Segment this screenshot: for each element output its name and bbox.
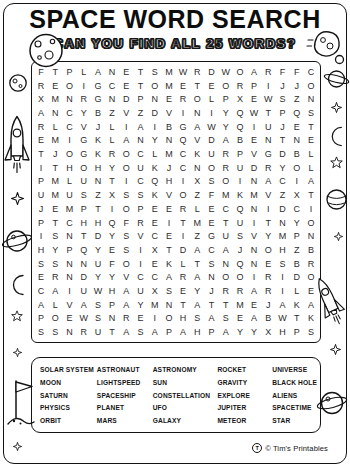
grid-cell[interactable]: R <box>261 65 275 79</box>
grid-cell[interactable]: N <box>133 133 147 147</box>
grid-cell[interactable]: P <box>34 175 48 189</box>
grid-cell[interactable]: D <box>91 229 105 243</box>
grid-cell[interactable]: E <box>48 202 62 216</box>
grid-cell[interactable]: U <box>133 284 147 298</box>
grid-cell[interactable]: E <box>162 229 176 243</box>
grid-cell[interactable]: T <box>48 161 62 175</box>
grid-cell[interactable]: A <box>219 325 233 339</box>
grid-cell[interactable]: X <box>34 92 48 106</box>
grid-cell[interactable]: I <box>34 161 48 175</box>
grid-cell[interactable]: L <box>48 120 62 134</box>
grid-cell[interactable]: T <box>219 298 233 312</box>
grid-cell[interactable]: A <box>34 106 48 120</box>
grid-cell[interactable]: T <box>261 216 275 230</box>
grid-cell[interactable]: I <box>176 175 190 189</box>
grid-cell[interactable]: S <box>119 243 133 257</box>
grid-cell[interactable]: I <box>204 106 218 120</box>
grid-cell[interactable]: U <box>233 216 247 230</box>
grid-cell[interactable]: O <box>261 243 275 257</box>
grid-cell[interactable]: X <box>261 325 275 339</box>
grid-cell[interactable]: P <box>77 202 91 216</box>
grid-cell[interactable]: J <box>34 202 48 216</box>
grid-cell[interactable]: E <box>247 298 261 312</box>
grid-cell[interactable]: Z <box>290 92 304 106</box>
grid-cell[interactable]: U <box>219 229 233 243</box>
grid-cell[interactable]: D <box>290 270 304 284</box>
grid-cell[interactable]: P <box>290 325 304 339</box>
grid-cell[interactable]: S <box>148 65 162 79</box>
grid-cell[interactable]: N <box>162 298 176 312</box>
grid-cell[interactable]: N <box>48 106 62 120</box>
grid-cell[interactable]: R <box>176 202 190 216</box>
grid-cell[interactable]: B <box>233 133 247 147</box>
grid-cell[interactable]: S <box>34 325 48 339</box>
grid-cell[interactable]: B <box>290 147 304 161</box>
grid-cell[interactable]: H <box>62 161 76 175</box>
grid-cell[interactable]: Z <box>275 188 289 202</box>
grid-cell[interactable]: X <box>148 284 162 298</box>
grid-cell[interactable]: R <box>105 147 119 161</box>
grid-cell[interactable]: M <box>48 175 62 189</box>
grid-cell[interactable]: D <box>275 202 289 216</box>
grid-cell[interactable]: N <box>247 243 261 257</box>
grid-cell[interactable]: S <box>304 106 318 120</box>
grid-cell[interactable]: X <box>105 188 119 202</box>
grid-cell[interactable]: O <box>290 161 304 175</box>
grid-cell[interactable]: O <box>62 147 76 161</box>
grid-cell[interactable]: A <box>190 243 204 257</box>
grid-cell[interactable]: K <box>162 257 176 271</box>
grid-cell[interactable]: B <box>290 257 304 271</box>
grid-cell[interactable]: I <box>62 284 76 298</box>
grid-cell[interactable]: E <box>176 79 190 93</box>
grid-cell[interactable]: M <box>162 65 176 79</box>
grid-cell[interactable]: L <box>48 298 62 312</box>
grid-cell[interactable]: I <box>176 106 190 120</box>
grid-cell[interactable]: Y <box>247 325 261 339</box>
grid-cell[interactable]: C <box>148 270 162 284</box>
grid-cell[interactable]: U <box>91 325 105 339</box>
grid-cell[interactable]: O <box>48 312 62 326</box>
grid-cell[interactable]: R <box>219 147 233 161</box>
grid-cell[interactable]: M <box>48 92 62 106</box>
grid-cell[interactable]: N <box>62 229 76 243</box>
grid-cell[interactable]: Y <box>48 243 62 257</box>
grid-cell[interactable]: S <box>119 188 133 202</box>
grid-cell[interactable]: J <box>290 79 304 93</box>
grid-cell[interactable]: N <box>190 106 204 120</box>
grid-cell[interactable]: I <box>304 202 318 216</box>
grid-cell[interactable]: S <box>91 312 105 326</box>
grid-cell[interactable]: E <box>119 65 133 79</box>
grid-cell[interactable]: V <box>77 120 91 134</box>
grid-cell[interactable]: V <box>261 188 275 202</box>
grid-cell[interactable]: C <box>304 65 318 79</box>
grid-cell[interactable]: P <box>162 325 176 339</box>
grid-cell[interactable]: I <box>34 229 48 243</box>
grid-cell[interactable]: T <box>176 216 190 230</box>
grid-cell[interactable]: M <box>162 147 176 161</box>
grid-cell[interactable]: E <box>148 216 162 230</box>
grid-cell[interactable]: R <box>34 79 48 93</box>
grid-cell[interactable]: H <box>91 216 105 230</box>
grid-cell[interactable]: I <box>275 284 289 298</box>
grid-cell[interactable]: K <box>91 133 105 147</box>
grid-cell[interactable]: A <box>261 175 275 189</box>
grid-cell[interactable]: N <box>105 65 119 79</box>
grid-cell[interactable]: T <box>105 325 119 339</box>
grid-cell[interactable]: R <box>261 270 275 284</box>
grid-cell[interactable]: J <box>261 298 275 312</box>
grid-cell[interactable]: N <box>62 325 76 339</box>
grid-cell[interactable]: I <box>148 312 162 326</box>
grid-cell[interactable]: N <box>148 92 162 106</box>
grid-cell[interactable]: C <box>176 147 190 161</box>
grid-cell[interactable]: A <box>219 133 233 147</box>
grid-cell[interactable]: R <box>219 284 233 298</box>
grid-cell[interactable]: Q <box>77 243 91 257</box>
grid-cell[interactable]: Z <box>190 229 204 243</box>
grid-cell[interactable]: C <box>62 120 76 134</box>
grid-cell[interactable]: C <box>62 106 76 120</box>
grid-cell[interactable]: X <box>233 92 247 106</box>
grid-cell[interactable]: I <box>133 243 147 257</box>
grid-cell[interactable]: P <box>133 92 147 106</box>
grid-cell[interactable]: Y <box>105 161 119 175</box>
grid-cell[interactable]: B <box>162 120 176 134</box>
grid-cell[interactable]: G <box>91 92 105 106</box>
grid-cell[interactable]: O <box>119 161 133 175</box>
grid-cell[interactable]: E <box>148 257 162 271</box>
grid-cell[interactable]: J <box>48 147 62 161</box>
grid-cell[interactable]: L <box>304 147 318 161</box>
grid-cell[interactable]: Z <box>190 188 204 202</box>
grid-cell[interactable]: L <box>176 257 190 271</box>
grid-cell[interactable]: V <box>247 229 261 243</box>
grid-cell[interactable]: D <box>275 147 289 161</box>
grid-cell[interactable]: J <box>275 120 289 134</box>
grid-cell[interactable]: C <box>204 243 218 257</box>
grid-cell[interactable]: Y <box>219 106 233 120</box>
grid-cell[interactable]: S <box>162 284 176 298</box>
grid-cell[interactable]: R <box>133 216 147 230</box>
grid-cell[interactable]: W <box>91 284 105 298</box>
grid-cell[interactable]: A <box>247 312 261 326</box>
grid-cell[interactable]: Y <box>77 106 91 120</box>
grid-cell[interactable]: T <box>304 120 318 134</box>
grid-cell[interactable]: D <box>204 133 218 147</box>
grid-cell[interactable]: I <box>247 120 261 134</box>
grid-cell[interactable]: A <box>119 298 133 312</box>
grid-cell[interactable]: I <box>77 79 91 93</box>
grid-cell[interactable]: V <box>190 133 204 147</box>
grid-cell[interactable]: G <box>176 120 190 134</box>
grid-cell[interactable]: E <box>133 312 147 326</box>
grid-cell[interactable]: J <box>204 284 218 298</box>
grid-cell[interactable]: L <box>204 92 218 106</box>
grid-cell[interactable]: T <box>176 298 190 312</box>
grid-cell[interactable]: U <box>91 257 105 271</box>
grid-cell[interactable]: M <box>233 298 247 312</box>
grid-cell[interactable]: O <box>233 270 247 284</box>
grid-cell[interactable]: M <box>148 298 162 312</box>
grid-cell[interactable]: N <box>105 312 119 326</box>
grid-cell[interactable]: E <box>162 202 176 216</box>
grid-cell[interactable]: R <box>48 270 62 284</box>
grid-cell[interactable]: N <box>62 257 76 271</box>
grid-cell[interactable]: M <box>247 188 261 202</box>
grid-cell[interactable]: K <box>148 188 162 202</box>
grid-cell[interactable]: Y <box>148 133 162 147</box>
grid-cell[interactable]: N <box>247 257 261 271</box>
grid-cell[interactable]: O <box>204 161 218 175</box>
grid-cell[interactable]: N <box>62 270 76 284</box>
grid-cell[interactable]: S <box>133 325 147 339</box>
grid-cell[interactable]: F <box>105 257 119 271</box>
grid-cell[interactable]: U <box>34 188 48 202</box>
grid-cell[interactable]: P <box>133 202 147 216</box>
grid-cell[interactable]: C <box>148 229 162 243</box>
grid-cell[interactable]: Y <box>275 161 289 175</box>
grid-cell[interactable]: T <box>219 216 233 230</box>
grid-cell[interactable]: I <box>119 120 133 134</box>
grid-cell[interactable]: S <box>77 188 91 202</box>
grid-cell[interactable]: S <box>48 257 62 271</box>
grid-cell[interactable]: U <box>204 147 218 161</box>
grid-cell[interactable]: V <box>162 188 176 202</box>
grid-cell[interactable]: R <box>233 284 247 298</box>
grid-cell[interactable]: D <box>247 161 261 175</box>
grid-cell[interactable]: H <box>162 175 176 189</box>
grid-cell[interactable]: E <box>48 79 62 93</box>
grid-cell[interactable]: I <box>148 120 162 134</box>
grid-cell[interactable]: J <box>233 243 247 257</box>
grid-cell[interactable]: X <box>190 175 204 189</box>
grid-cell[interactable]: T <box>48 216 62 230</box>
grid-cell[interactable]: V <box>162 106 176 120</box>
grid-cell[interactable]: M <box>190 216 204 230</box>
grid-cell[interactable]: I <box>176 229 190 243</box>
grid-cell[interactable]: W <box>275 312 289 326</box>
grid-cell[interactable]: O <box>148 79 162 93</box>
grid-cell[interactable]: A <box>176 325 190 339</box>
grid-cell[interactable]: I <box>247 216 261 230</box>
grid-cell[interactable]: C <box>275 175 289 189</box>
grid-cell[interactable]: D <box>77 270 91 284</box>
grid-cell[interactable]: L <box>290 284 304 298</box>
grid-cell[interactable]: Q <box>233 257 247 271</box>
grid-cell[interactable]: H <box>275 243 289 257</box>
grid-cell[interactable]: E <box>148 202 162 216</box>
grid-cell[interactable]: B <box>91 106 105 120</box>
grid-cell[interactable]: L <box>148 147 162 161</box>
grid-cell[interactable]: X <box>148 243 162 257</box>
grid-cell[interactable]: E <box>304 133 318 147</box>
grid-cell[interactable]: O <box>219 175 233 189</box>
grid-cell[interactable]: Z <box>290 243 304 257</box>
grid-cell[interactable]: T <box>105 175 119 189</box>
grid-cell[interactable]: N <box>304 92 318 106</box>
grid-cell[interactable]: N <box>275 216 289 230</box>
grid-cell[interactable]: S <box>233 229 247 243</box>
grid-cell[interactable]: R <box>176 92 190 106</box>
grid-cell[interactable]: E <box>34 270 48 284</box>
grid-cell[interactable]: E <box>176 284 190 298</box>
grid-cell[interactable]: Q <box>176 133 190 147</box>
grid-cell[interactable]: E <box>105 243 119 257</box>
grid-cell[interactable]: T <box>77 229 91 243</box>
grid-cell[interactable]: A <box>119 284 133 298</box>
grid-cell[interactable]: C <box>133 147 147 161</box>
grid-cell[interactable]: P <box>247 79 261 93</box>
grid-cell[interactable]: E <box>247 133 261 147</box>
grid-cell[interactable]: R <box>233 79 247 93</box>
grid-cell[interactable]: O <box>233 65 247 79</box>
grid-cell[interactable]: R <box>190 65 204 79</box>
grid-cell[interactable]: T <box>304 188 318 202</box>
grid-cell[interactable]: O <box>176 188 190 202</box>
grid-cell[interactable]: O <box>219 79 233 93</box>
grid-cell[interactable]: Q <box>233 202 247 216</box>
grid-cell[interactable]: F <box>119 216 133 230</box>
grid-cell[interactable]: H <box>190 325 204 339</box>
grid-cell[interactable]: Q <box>105 216 119 230</box>
grid-cell[interactable]: W <box>247 106 261 120</box>
grid-cell[interactable]: H <box>34 243 48 257</box>
grid-cell[interactable]: E <box>62 312 76 326</box>
grid-cell[interactable]: N <box>77 257 91 271</box>
grid-cell[interactable]: E <box>204 216 218 230</box>
grid-cell[interactable]: U <box>77 175 91 189</box>
grid-cell[interactable]: Z <box>133 106 147 120</box>
grid-cell[interactable]: Y <box>91 270 105 284</box>
grid-cell[interactable]: A <box>148 325 162 339</box>
grid-cell[interactable]: N <box>91 175 105 189</box>
grid-cell[interactable]: P <box>219 92 233 106</box>
grid-cell[interactable]: T <box>34 147 48 161</box>
grid-cell[interactable]: C <box>34 284 48 298</box>
grid-cell[interactable]: T <box>261 106 275 120</box>
grid-cell[interactable]: D <box>176 243 190 257</box>
grid-cell[interactable]: K <box>233 188 247 202</box>
grid-cell[interactable]: Y <box>261 229 275 243</box>
grid-cell[interactable]: S <box>275 92 289 106</box>
grid-cell[interactable]: Y <box>105 270 119 284</box>
grid-cell[interactable]: G <box>204 229 218 243</box>
grid-cell[interactable]: A <box>91 65 105 79</box>
grid-cell[interactable]: C <box>105 79 119 93</box>
grid-cell[interactable]: O <box>304 216 318 230</box>
grid-cell[interactable]: A <box>190 298 204 312</box>
grid-cell[interactable]: E <box>261 257 275 271</box>
grid-cell[interactable]: I <box>133 257 147 271</box>
grid-cell[interactable]: H <box>275 325 289 339</box>
grid-cell[interactable]: P <box>34 312 48 326</box>
grid-cell[interactable]: E <box>204 202 218 216</box>
grid-cell[interactable]: R <box>119 312 133 326</box>
grid-cell[interactable]: N <box>105 92 119 106</box>
grid-cell[interactable]: E <box>162 92 176 106</box>
grid-cell[interactable]: Z <box>105 106 119 120</box>
grid-cell[interactable]: M <box>62 202 76 216</box>
grid-cell[interactable]: J <box>162 161 176 175</box>
grid-cell[interactable]: N <box>162 133 176 147</box>
grid-cell[interactable]: W <box>219 65 233 79</box>
grid-cell[interactable]: P <box>34 216 48 230</box>
grid-cell[interactable]: A <box>48 284 62 298</box>
grid-cell[interactable]: V <box>62 298 76 312</box>
grid-cell[interactable]: O <box>119 202 133 216</box>
grid-cell[interactable]: S <box>219 312 233 326</box>
grid-cell[interactable]: J <box>91 120 105 134</box>
grid-cell[interactable]: K <box>91 147 105 161</box>
grid-cell[interactable]: H <box>91 161 105 175</box>
grid-cell[interactable]: K <box>190 147 204 161</box>
grid-cell[interactable]: R <box>261 161 275 175</box>
grid-cell[interactable]: M <box>275 229 289 243</box>
grid-cell[interactable]: S <box>190 312 204 326</box>
grid-cell[interactable]: T <box>190 79 204 93</box>
grid-cell[interactable]: A <box>77 298 91 312</box>
grid-cell[interactable]: V <box>133 229 147 243</box>
grid-cell[interactable]: B <box>304 243 318 257</box>
grid-cell[interactable]: Y <box>233 325 247 339</box>
grid-cell[interactable]: G <box>77 133 91 147</box>
grid-cell[interactable]: Y <box>190 284 204 298</box>
grid-cell[interactable]: T <box>133 65 147 79</box>
grid-cell[interactable]: F <box>204 188 218 202</box>
grid-cell[interactable]: I <box>162 216 176 230</box>
grid-cell[interactable]: I <box>233 175 247 189</box>
grid-cell[interactable]: W <box>204 120 218 134</box>
grid-cell[interactable]: R <box>219 161 233 175</box>
grid-cell[interactable]: T <box>91 202 105 216</box>
grid-cell[interactable]: S <box>119 229 133 243</box>
grid-cell[interactable]: N <box>190 161 204 175</box>
grid-cell[interactable]: O <box>162 312 176 326</box>
grid-cell[interactable]: A <box>190 270 204 284</box>
grid-cell[interactable]: R <box>77 92 91 106</box>
grid-cell[interactable]: A <box>119 325 133 339</box>
grid-cell[interactable]: O <box>119 147 133 161</box>
grid-cell[interactable]: E <box>233 312 247 326</box>
grid-cell[interactable]: R <box>304 257 318 271</box>
grid-cell[interactable]: S <box>304 325 318 339</box>
grid-cell[interactable]: S <box>34 257 48 271</box>
grid-cell[interactable]: Q <box>290 106 304 120</box>
grid-cell[interactable]: C <box>290 202 304 216</box>
grid-cell[interactable]: N <box>290 133 304 147</box>
grid-cell[interactable]: O <box>304 79 318 93</box>
grid-cell[interactable]: J <box>275 79 289 93</box>
grid-cell[interactable]: E <box>204 79 218 93</box>
grid-cell[interactable]: L <box>190 202 204 216</box>
grid-cell[interactable]: O <box>62 79 76 93</box>
grid-cell[interactable]: S <box>204 257 218 271</box>
grid-cell[interactable]: C <box>133 175 147 189</box>
grid-cell[interactable]: F <box>275 65 289 79</box>
grid-cell[interactable]: D <box>204 65 218 79</box>
grid-cell[interactable]: G <box>261 147 275 161</box>
grid-cell[interactable]: P <box>105 298 119 312</box>
grid-cell[interactable]: S <box>48 325 62 339</box>
grid-cell[interactable]: M <box>48 188 62 202</box>
grid-cell[interactable]: A <box>204 312 218 326</box>
grid-cell[interactable]: C <box>62 216 76 230</box>
grid-cell[interactable]: N <box>247 202 261 216</box>
grid-cell[interactable]: T <box>275 133 289 147</box>
grid-cell[interactable]: U <box>77 284 91 298</box>
